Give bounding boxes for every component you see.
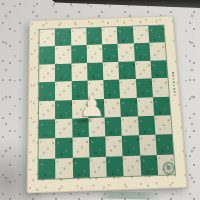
square-f4 [120, 97, 137, 116]
square-h2 [155, 134, 173, 154]
square-c1 [72, 157, 89, 178]
square-e4 [104, 98, 121, 117]
square-a8 [39, 29, 55, 47]
square-b7 [55, 46, 71, 64]
board-grid [37, 25, 176, 181]
square-f5 [119, 79, 136, 98]
board-edge-reflection [98, 191, 162, 199]
square-d1 [89, 156, 107, 177]
square-c6 [71, 63, 87, 81]
square-b2 [55, 138, 72, 158]
square-f8 [117, 27, 133, 45]
square-e5 [103, 80, 120, 99]
square-g1 [140, 155, 158, 176]
white-pawn: ♟ [79, 90, 103, 124]
square-b8 [55, 29, 71, 47]
square-e2 [105, 136, 123, 156]
square-b1 [55, 158, 72, 179]
square-g3 [137, 116, 155, 136]
square-f3 [121, 116, 139, 136]
square-a2 [39, 138, 56, 158]
square-b6 [55, 63, 71, 82]
margin-print [172, 72, 176, 97]
square-e8 [101, 27, 117, 45]
square-b5 [55, 81, 71, 100]
square-b3 [55, 119, 72, 139]
square-c7 [71, 45, 87, 63]
square-h4 [153, 96, 171, 115]
square-g2 [139, 135, 157, 155]
square-f6 [119, 61, 136, 79]
square-a4 [39, 100, 55, 119]
square-g5 [135, 78, 152, 97]
square-d8 [86, 28, 102, 46]
square-h6 [150, 60, 167, 78]
square-f1 [123, 155, 141, 176]
square-c8 [71, 28, 87, 46]
square-c2 [72, 137, 89, 157]
square-f7 [118, 44, 135, 62]
square-a3 [39, 119, 56, 139]
square-d7 [86, 45, 102, 63]
square-a5 [39, 82, 55, 101]
square-d6 [87, 62, 103, 80]
square-h8 [148, 25, 165, 43]
square-g4 [136, 97, 153, 116]
square-e7 [102, 44, 118, 62]
square-g8 [132, 26, 149, 44]
square-e1 [106, 156, 124, 177]
square-b4 [55, 100, 71, 119]
chess-board [27, 16, 188, 194]
square-d2 [89, 137, 106, 157]
square-h3 [154, 115, 172, 135]
square-a1 [38, 158, 55, 179]
square-g7 [133, 43, 150, 61]
square-e3 [105, 117, 122, 137]
square-a7 [39, 46, 55, 64]
square-e6 [103, 62, 120, 80]
square-a6 [39, 64, 55, 83]
square-h5 [151, 78, 168, 97]
square-f2 [122, 135, 140, 155]
square-h7 [149, 43, 166, 61]
square-g6 [134, 61, 151, 79]
